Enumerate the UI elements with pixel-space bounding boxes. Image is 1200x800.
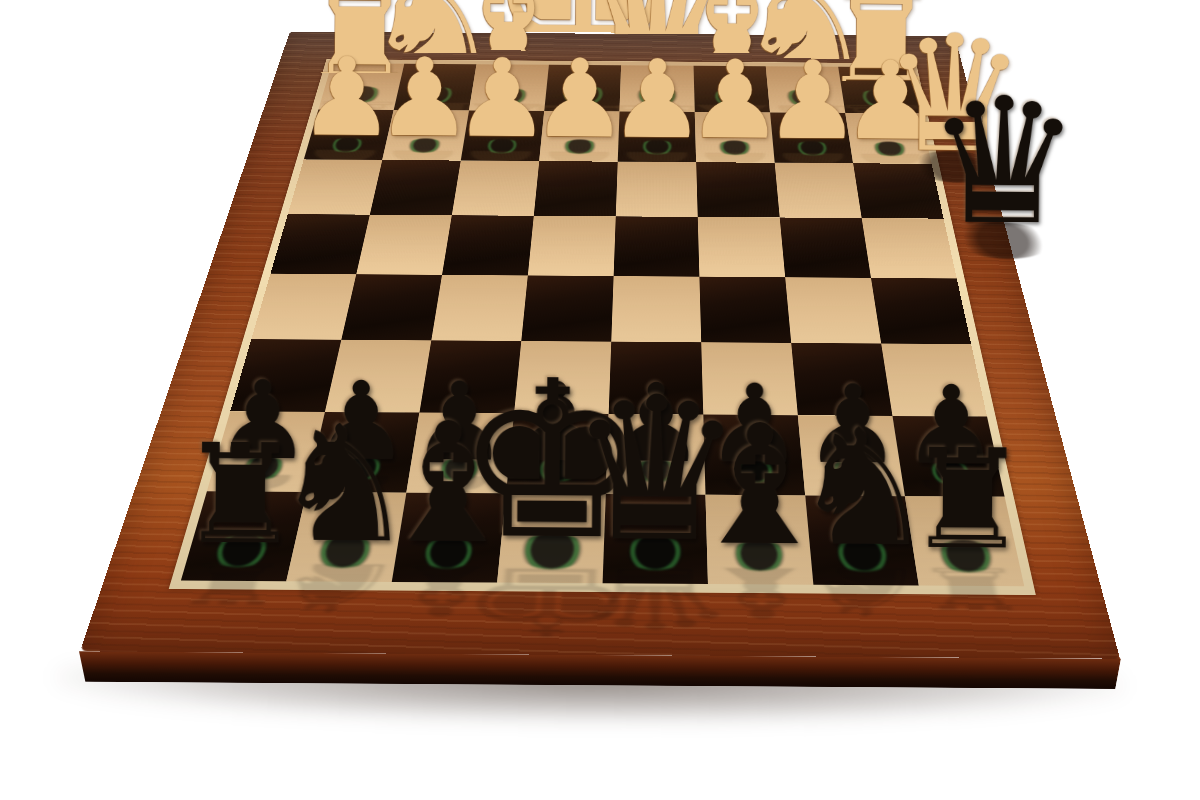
piece-reflection: ♞ <box>263 557 409 619</box>
square-a8[interactable]: ♜♜ <box>905 496 1024 586</box>
piece-black-rook-h8[interactable]: ♜ <box>178 433 302 557</box>
square-b4[interactable] <box>780 217 871 277</box>
square-h5[interactable] <box>251 274 356 340</box>
square-c5[interactable] <box>699 277 791 343</box>
square-d4[interactable] <box>614 216 700 276</box>
piece-black-bishop-f8[interactable]: ♝ <box>374 409 523 559</box>
square-e2[interactable]: ♟♟ <box>539 111 619 162</box>
square-g5[interactable] <box>341 274 442 340</box>
square-c8[interactable]: ♝♝ <box>705 495 813 585</box>
piece-black-bishop-c8[interactable]: ♝ <box>685 411 834 561</box>
square-b5[interactable] <box>785 277 881 343</box>
piece-reflection: ♜ <box>168 556 296 608</box>
chess-board: ♜♜♞♞♝♝♚♚♛♛♝♝♞♞♜♜♟♟♟♟♟♟♟♟♟♟♟♟♟♟♟♟♟♟♟♟♟♟♟♟… <box>80 32 1120 659</box>
square-f4[interactable] <box>442 215 534 275</box>
scene: ♜♜♞♞♝♝♚♚♛♛♝♝♞♞♜♜♟♟♟♟♟♟♟♟♟♟♟♟♟♟♟♟♟♟♟♟♟♟♟♟… <box>0 0 1200 800</box>
piece-reflection: ♝ <box>369 558 516 622</box>
square-d3[interactable] <box>616 162 698 217</box>
board-edge-near <box>79 651 1121 689</box>
square-h3[interactable] <box>288 159 382 214</box>
square-c3[interactable] <box>696 162 779 217</box>
square-e4[interactable] <box>528 216 616 276</box>
square-g4[interactable] <box>356 215 452 275</box>
piece-reflection: ♜ <box>911 561 1035 613</box>
square-g3[interactable] <box>370 160 461 215</box>
square-f5[interactable] <box>431 275 528 341</box>
square-f8[interactable]: ♝♝ <box>392 493 506 583</box>
square-c4[interactable] <box>698 217 785 277</box>
square-b3[interactable] <box>775 163 862 218</box>
piece-reflection: ♞ <box>797 561 939 623</box>
square-e3[interactable] <box>534 161 618 216</box>
square-d5[interactable] <box>611 276 701 342</box>
square-e5[interactable] <box>521 275 613 341</box>
piece-black-rook-a8[interactable]: ♜ <box>906 438 1030 562</box>
square-f3[interactable] <box>452 161 539 216</box>
square-h8[interactable]: ♜♜ <box>181 491 307 581</box>
square-h4[interactable] <box>270 214 369 274</box>
extra-black-queen[interactable]: ♛ <box>925 83 1082 241</box>
square-d2[interactable]: ♟♟ <box>618 111 696 162</box>
photo-background: ♜♜♞♞♝♝♚♚♛♛♝♝♞♞♜♜♟♟♟♟♟♟♟♟♟♟♟♟♟♟♟♟♟♟♟♟♟♟♟♟… <box>0 0 1200 800</box>
square-a5[interactable] <box>871 278 971 344</box>
square-c2[interactable]: ♟♟ <box>695 112 775 163</box>
